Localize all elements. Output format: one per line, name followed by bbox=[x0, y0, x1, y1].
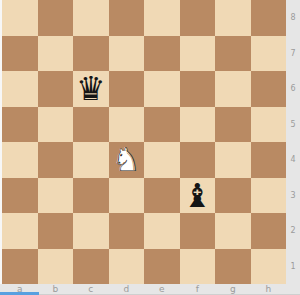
square-f1[interactable] bbox=[180, 249, 216, 285]
square-c1[interactable] bbox=[73, 249, 109, 285]
square-h8[interactable] bbox=[251, 0, 287, 36]
square-c3[interactable] bbox=[73, 178, 109, 214]
square-c5[interactable] bbox=[73, 107, 109, 143]
chess-board-app: ♛♞♘♝ 87654321 abcdefgh bbox=[0, 0, 300, 295]
black-bishop[interactable]: ♝ bbox=[180, 178, 216, 214]
square-b8[interactable] bbox=[38, 0, 74, 36]
rank-label-8: 8 bbox=[286, 0, 300, 36]
square-d2[interactable] bbox=[109, 213, 145, 249]
square-g1[interactable] bbox=[215, 249, 251, 285]
square-e3[interactable] bbox=[144, 178, 180, 214]
square-f5[interactable] bbox=[180, 107, 216, 143]
square-e8[interactable] bbox=[144, 0, 180, 36]
file-label-c: c bbox=[73, 284, 109, 295]
square-d4[interactable]: ♞♘ bbox=[109, 142, 145, 178]
white-knight[interactable]: ♞♘ bbox=[109, 142, 145, 178]
square-c4[interactable] bbox=[73, 142, 109, 178]
square-d7[interactable] bbox=[109, 36, 145, 72]
square-b6[interactable] bbox=[38, 71, 74, 107]
square-e6[interactable] bbox=[144, 71, 180, 107]
square-c8[interactable] bbox=[73, 0, 109, 36]
square-d1[interactable] bbox=[109, 249, 145, 285]
file-label-g: g bbox=[215, 284, 251, 295]
square-g5[interactable] bbox=[215, 107, 251, 143]
square-g4[interactable] bbox=[215, 142, 251, 178]
rank-label-1: 1 bbox=[286, 249, 300, 285]
square-a2[interactable] bbox=[2, 213, 38, 249]
square-h7[interactable] bbox=[251, 36, 287, 72]
square-f6[interactable] bbox=[180, 71, 216, 107]
square-e4[interactable] bbox=[144, 142, 180, 178]
square-b3[interactable] bbox=[38, 178, 74, 214]
square-g3[interactable] bbox=[215, 178, 251, 214]
square-b7[interactable] bbox=[38, 36, 74, 72]
square-a8[interactable] bbox=[2, 0, 38, 36]
square-e1[interactable] bbox=[144, 249, 180, 285]
file-label-e: e bbox=[144, 284, 180, 295]
file-label-f: f bbox=[180, 284, 216, 295]
square-b1[interactable] bbox=[38, 249, 74, 285]
square-d5[interactable] bbox=[109, 107, 145, 143]
rank-label-7: 7 bbox=[286, 36, 300, 72]
square-e7[interactable] bbox=[144, 36, 180, 72]
file-label-d: d bbox=[109, 284, 145, 295]
square-h5[interactable] bbox=[251, 107, 287, 143]
file-label-b: b bbox=[38, 284, 74, 295]
square-a6[interactable] bbox=[2, 71, 38, 107]
rank-label-2: 2 bbox=[286, 213, 300, 249]
square-c2[interactable] bbox=[73, 213, 109, 249]
square-a3[interactable] bbox=[2, 178, 38, 214]
square-d6[interactable] bbox=[109, 71, 145, 107]
square-f7[interactable] bbox=[180, 36, 216, 72]
square-b5[interactable] bbox=[38, 107, 74, 143]
square-e2[interactable] bbox=[144, 213, 180, 249]
square-a5[interactable] bbox=[2, 107, 38, 143]
knight-outline-layer: ♘ bbox=[109, 142, 145, 178]
square-f2[interactable] bbox=[180, 213, 216, 249]
square-c7[interactable] bbox=[73, 36, 109, 72]
square-h4[interactable] bbox=[251, 142, 287, 178]
square-b4[interactable] bbox=[38, 142, 74, 178]
square-h2[interactable] bbox=[251, 213, 287, 249]
black-queen[interactable]: ♛ bbox=[73, 71, 109, 107]
square-g7[interactable] bbox=[215, 36, 251, 72]
square-d3[interactable] bbox=[109, 178, 145, 214]
square-d8[interactable] bbox=[109, 0, 145, 36]
rank-label-6: 6 bbox=[286, 71, 300, 107]
square-e5[interactable] bbox=[144, 107, 180, 143]
square-f3[interactable]: ♝ bbox=[180, 178, 216, 214]
square-a4[interactable] bbox=[2, 142, 38, 178]
square-a7[interactable] bbox=[2, 36, 38, 72]
rank-label-4: 4 bbox=[286, 142, 300, 178]
square-h3[interactable] bbox=[251, 178, 287, 214]
square-h6[interactable] bbox=[251, 71, 287, 107]
square-f4[interactable] bbox=[180, 142, 216, 178]
rank-labels: 87654321 bbox=[286, 0, 300, 284]
chess-board: ♛♞♘♝ bbox=[2, 0, 286, 284]
file-labels: abcdefgh bbox=[2, 284, 286, 295]
square-b2[interactable] bbox=[38, 213, 74, 249]
square-g6[interactable] bbox=[215, 71, 251, 107]
square-a1[interactable] bbox=[2, 249, 38, 285]
rank-label-5: 5 bbox=[286, 107, 300, 143]
square-g2[interactable] bbox=[215, 213, 251, 249]
rank-label-3: 3 bbox=[286, 178, 300, 214]
square-c6[interactable]: ♛ bbox=[73, 71, 109, 107]
file-label-h: h bbox=[251, 284, 287, 295]
square-f8[interactable] bbox=[180, 0, 216, 36]
square-h1[interactable] bbox=[251, 249, 287, 285]
square-g8[interactable] bbox=[215, 0, 251, 36]
